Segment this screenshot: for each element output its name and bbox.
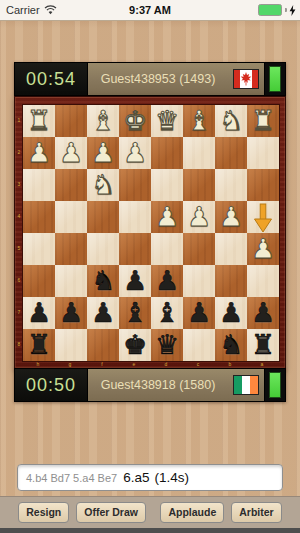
- piece-wQ-d1: ♛: [155, 105, 179, 137]
- square-d1[interactable]: ♛: [151, 105, 183, 137]
- square-d5[interactable]: [151, 233, 183, 265]
- square-a3[interactable]: [247, 169, 279, 201]
- clock-bottom: 00:50: [15, 369, 88, 401]
- ireland-flag-icon: [233, 375, 259, 395]
- square-a6[interactable]: [247, 265, 279, 297]
- square-f7[interactable]: ♟: [87, 297, 119, 329]
- square-d8[interactable]: ♛: [151, 329, 183, 361]
- piece-bP-g7: ♟: [59, 297, 83, 329]
- piece-bN-b8: ♞: [219, 329, 243, 361]
- square-f5[interactable]: [87, 233, 119, 265]
- move-time: (1.4s): [154, 470, 189, 485]
- current-move: 6.a5: [123, 470, 149, 485]
- piece-wR-a1: ♜: [251, 105, 275, 137]
- piece-wP-h2: ♟: [27, 137, 51, 169]
- square-a1[interactable]: ♜: [247, 105, 279, 137]
- presence-indicator-bottom: [269, 372, 281, 398]
- canada-flag-icon: [233, 69, 259, 89]
- square-h4[interactable]: [23, 201, 55, 233]
- square-e3[interactable]: [119, 169, 151, 201]
- square-c6[interactable]: [183, 265, 215, 297]
- square-a7[interactable]: ♟: [247, 297, 279, 329]
- square-e6[interactable]: ♟: [119, 265, 151, 297]
- square-h7[interactable]: ♟: [23, 297, 55, 329]
- piece-bP-a7: ♟: [251, 297, 275, 329]
- clock-top: 00:54: [15, 63, 88, 95]
- applaude-button[interactable]: Applaude: [160, 502, 224, 523]
- piece-wR-h1: ♜: [27, 105, 51, 137]
- last-move-arrow: [247, 201, 279, 233]
- piece-bP-c7: ♟: [187, 297, 211, 329]
- square-g3[interactable]: [55, 169, 87, 201]
- square-f2[interactable]: ♟: [87, 137, 119, 169]
- piece-wB-f1: ♝: [91, 105, 115, 137]
- square-b2[interactable]: [215, 137, 247, 169]
- square-e2[interactable]: ♟: [119, 137, 151, 169]
- board-frame: 12345678 hgfedcba ♜♝♚♛♝♞♜♟♟♟♟♞♟♟♟♟♞♟♟♟♟♟…: [14, 96, 286, 369]
- piece-bR-h8: ♜: [27, 329, 51, 361]
- square-a5[interactable]: ♟: [247, 233, 279, 265]
- action-button-bar: Resign Offer Draw Applaude Arbiter: [0, 496, 300, 528]
- square-c4[interactable]: ♟: [183, 201, 215, 233]
- square-a4[interactable]: [247, 201, 279, 233]
- piece-wP-a5: ♟: [251, 233, 275, 265]
- square-e7[interactable]: ♝: [119, 297, 151, 329]
- player-name-top: Guest438953 (1493): [88, 63, 228, 95]
- square-h8[interactable]: ♜: [23, 329, 55, 361]
- square-b7[interactable]: ♟: [215, 297, 247, 329]
- square-c2[interactable]: [183, 137, 215, 169]
- move-list[interactable]: 4.b4 Bd7 5.a4 Be7 6.a5 (1.4s): [17, 464, 283, 491]
- square-a8[interactable]: ♜: [247, 329, 279, 361]
- piece-bP-e6: ♟: [123, 265, 147, 297]
- square-c3[interactable]: [183, 169, 215, 201]
- square-d6[interactable]: ♟: [151, 265, 183, 297]
- arbiter-button[interactable]: Arbiter: [231, 502, 281, 523]
- piece-bP-h7: ♟: [27, 297, 51, 329]
- piece-bQ-d8: ♛: [155, 329, 179, 361]
- square-d2[interactable]: [151, 137, 183, 169]
- square-b4[interactable]: ♟: [215, 201, 247, 233]
- square-f4[interactable]: [87, 201, 119, 233]
- square-d3[interactable]: [151, 169, 183, 201]
- piece-wK-e1: ♚: [123, 105, 147, 137]
- piece-bP-d6: ♟: [155, 265, 179, 297]
- square-g1[interactable]: [55, 105, 87, 137]
- square-g7[interactable]: ♟: [55, 297, 87, 329]
- square-h5[interactable]: [23, 233, 55, 265]
- piece-wP-e2: ♟: [123, 137, 147, 169]
- piece-wP-g2: ♟: [59, 137, 83, 169]
- square-c7[interactable]: ♟: [183, 297, 215, 329]
- square-f8[interactable]: [87, 329, 119, 361]
- square-b3[interactable]: [215, 169, 247, 201]
- move-history: 4.b4 Bd7 5.a4 Be7: [26, 472, 117, 484]
- square-g5[interactable]: [55, 233, 87, 265]
- square-c1[interactable]: ♝: [183, 105, 215, 137]
- square-h6[interactable]: [23, 265, 55, 297]
- piece-wN-f3: ♞: [91, 169, 115, 201]
- square-g2[interactable]: ♟: [55, 137, 87, 169]
- piece-bR-a8: ♜: [251, 329, 275, 361]
- charging-bolt-icon: [289, 5, 296, 16]
- square-g8[interactable]: [55, 329, 87, 361]
- piece-wP-b4: ♟: [219, 201, 243, 233]
- square-h2[interactable]: ♟: [23, 137, 55, 169]
- piece-wP-c4: ♟: [187, 201, 211, 233]
- piece-bN-f6: ♞: [91, 265, 115, 297]
- offer-draw-button[interactable]: Offer Draw: [76, 502, 146, 523]
- piece-wN-b1: ♞: [219, 105, 243, 137]
- piece-bP-f7: ♟: [91, 297, 115, 329]
- square-g4[interactable]: [55, 201, 87, 233]
- square-f6[interactable]: ♞: [87, 265, 119, 297]
- square-c5[interactable]: [183, 233, 215, 265]
- piece-wP-f2: ♟: [91, 137, 115, 169]
- battery-icon: [258, 4, 282, 16]
- square-b6[interactable]: [215, 265, 247, 297]
- square-e5[interactable]: [119, 233, 151, 265]
- square-b8[interactable]: ♞: [215, 329, 247, 361]
- player-name-bottom: Guest438918 (1580): [88, 369, 228, 401]
- square-b5[interactable]: [215, 233, 247, 265]
- square-h3[interactable]: [23, 169, 55, 201]
- piece-bB-e7: ♝: [123, 297, 147, 329]
- piece-bB-d7: ♝: [155, 297, 179, 329]
- square-h1[interactable]: ♜: [23, 105, 55, 137]
- square-f3[interactable]: ♞: [87, 169, 119, 201]
- square-e8[interactable]: ♚: [119, 329, 151, 361]
- square-d7[interactable]: ♝: [151, 297, 183, 329]
- square-g6[interactable]: [55, 265, 87, 297]
- piece-bP-b7: ♟: [219, 297, 243, 329]
- piece-wP-d4: ♟: [155, 201, 179, 233]
- player-bar-top: 00:54 Guest438953 (1493): [14, 62, 286, 96]
- player-bar-bottom: 00:50 Guest438918 (1580): [14, 368, 286, 402]
- square-e1[interactable]: ♚: [119, 105, 151, 137]
- piece-wB-c1: ♝: [187, 105, 211, 137]
- piece-bK-e8: ♚: [123, 329, 147, 361]
- square-e4[interactable]: [119, 201, 151, 233]
- resign-button[interactable]: Resign: [18, 502, 69, 523]
- chess-board: ♜♝♚♛♝♞♜♟♟♟♟♞♟♟♟♟♞♟♟♟♟♟♝♝♟♟♟♜♚♛♞♜: [22, 104, 280, 362]
- status-bar: Carrier 9:37 AM: [0, 0, 300, 21]
- square-d4[interactable]: ♟: [151, 201, 183, 233]
- square-c8[interactable]: [183, 329, 215, 361]
- status-time: 9:37 AM: [0, 4, 300, 16]
- square-a2[interactable]: [247, 137, 279, 169]
- bottom-strip: [0, 528, 300, 533]
- presence-indicator-top: [269, 66, 281, 92]
- square-f1[interactable]: ♝: [87, 105, 119, 137]
- square-b1[interactable]: ♞: [215, 105, 247, 137]
